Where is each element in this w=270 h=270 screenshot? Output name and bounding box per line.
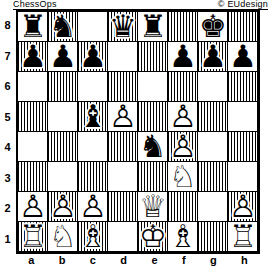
square-d2[interactable]: [108, 192, 138, 222]
square-f4[interactable]: ♟♙: [168, 132, 198, 162]
square-a5[interactable]: [18, 102, 48, 132]
square-b2[interactable]: ♟♙: [48, 192, 78, 222]
square-f8[interactable]: [168, 12, 198, 42]
rank-label-7: 7: [0, 41, 15, 72]
square-d3[interactable]: [108, 162, 138, 192]
white-pawn[interactable]: ♟♙: [48, 192, 78, 222]
file-label-h: h: [229, 254, 260, 267]
file-labels: abcdefgh: [16, 254, 260, 267]
rank-label-2: 2: [0, 193, 15, 224]
square-e1[interactable]: ♚♔: [138, 222, 168, 252]
square-b8[interactable]: ♞: [48, 12, 78, 42]
square-d4[interactable]: [108, 132, 138, 162]
square-b4[interactable]: [48, 132, 78, 162]
rank-labels: 87654321: [0, 10, 15, 254]
square-b7[interactable]: ♟: [48, 42, 78, 72]
square-h5[interactable]: [228, 102, 258, 132]
square-f2[interactable]: [168, 192, 198, 222]
app-title: ChessOps: [13, 0, 57, 9]
rank-label-5: 5: [0, 102, 15, 133]
black-pawn[interactable]: ♟: [198, 42, 228, 72]
square-a8[interactable]: ♜: [18, 12, 48, 42]
square-h3[interactable]: [228, 162, 258, 192]
file-label-d: d: [108, 254, 139, 267]
square-d8[interactable]: ♛: [108, 12, 138, 42]
square-a6[interactable]: [18, 72, 48, 102]
file-label-e: e: [139, 254, 170, 267]
square-a7[interactable]: ♟: [18, 42, 48, 72]
black-pawn[interactable]: ♟: [228, 42, 258, 72]
square-g6[interactable]: [198, 72, 228, 102]
rank-label-8: 8: [0, 10, 15, 41]
white-pawn[interactable]: ♟♙: [168, 132, 198, 162]
white-pawn[interactable]: ♟♙: [168, 102, 198, 132]
file-label-g: g: [198, 254, 229, 267]
square-h2[interactable]: ♟♙: [228, 192, 258, 222]
square-e7[interactable]: [138, 42, 168, 72]
white-rook[interactable]: ♜♖: [18, 222, 48, 252]
white-queen[interactable]: ♛♕: [138, 192, 168, 222]
square-b1[interactable]: ♞♘: [48, 222, 78, 252]
black-pawn[interactable]: ♟: [48, 42, 78, 72]
square-g2[interactable]: [198, 192, 228, 222]
square-b5[interactable]: [48, 102, 78, 132]
square-c4[interactable]: [78, 132, 108, 162]
white-pawn[interactable]: ♟♙: [78, 192, 108, 222]
square-g7[interactable]: ♟: [198, 42, 228, 72]
square-c8[interactable]: [78, 12, 108, 42]
square-d6[interactable]: [108, 72, 138, 102]
white-rook[interactable]: ♜♖: [228, 222, 258, 252]
file-label-a: a: [16, 254, 47, 267]
square-f7[interactable]: ♟: [168, 42, 198, 72]
square-a4[interactable]: [18, 132, 48, 162]
square-e3[interactable]: [138, 162, 168, 192]
square-e4[interactable]: ♞: [138, 132, 168, 162]
file-label-f: f: [170, 254, 198, 267]
black-rook[interactable]: ♜: [18, 12, 48, 42]
square-e5[interactable]: [138, 102, 168, 132]
square-d1[interactable]: [108, 222, 138, 252]
rank-label-3: 3: [0, 163, 15, 194]
rank-label-4: 4: [0, 132, 15, 163]
square-c1[interactable]: ♝♗: [78, 222, 108, 252]
black-pawn[interactable]: ♟: [78, 42, 108, 72]
square-b6[interactable]: [48, 72, 78, 102]
chessops-window: { "header": { "app_title": "ChessOps", "…: [0, 0, 270, 270]
square-h4[interactable]: [228, 132, 258, 162]
black-knight[interactable]: ♞: [48, 12, 78, 42]
white-pawn[interactable]: ♟♙: [18, 192, 48, 222]
square-e8[interactable]: ♜: [138, 12, 168, 42]
square-h8[interactable]: [228, 12, 258, 42]
square-a2[interactable]: ♟♙: [18, 192, 48, 222]
copyright-credit: © EUdesign: [218, 0, 268, 9]
black-bishop[interactable]: ♝: [78, 102, 108, 132]
square-g8[interactable]: ♚: [198, 12, 228, 42]
square-c7[interactable]: ♟: [78, 42, 108, 72]
black-rook[interactable]: ♜: [138, 12, 168, 42]
white-pawn[interactable]: ♟♙: [228, 192, 258, 222]
black-pawn[interactable]: ♟: [18, 42, 48, 72]
black-knight[interactable]: ♞: [138, 132, 168, 162]
white-knight[interactable]: ♞♘: [168, 162, 198, 192]
square-e6[interactable]: [138, 72, 168, 102]
square-h1[interactable]: ♜♖: [228, 222, 258, 252]
square-d5[interactable]: ♟♙: [108, 102, 138, 132]
square-g5[interactable]: [198, 102, 228, 132]
square-e2[interactable]: ♛♕: [138, 192, 168, 222]
black-queen[interactable]: ♛: [108, 12, 138, 42]
white-king[interactable]: ♚♔: [138, 222, 168, 252]
chess-board: ♜♞♛♜♚♟♟♟♟♟♟♝♟♙♟♙♞♟♙♞♘♟♙♟♙♟♙♛♕♟♙♜♖♞♘♝♗♚♔♝…: [16, 10, 260, 254]
black-king[interactable]: ♚: [198, 12, 228, 42]
white-bishop[interactable]: ♝♗: [168, 222, 198, 252]
square-h6[interactable]: [228, 72, 258, 102]
square-c2[interactable]: ♟♙: [78, 192, 108, 222]
title-bar: ChessOps © EUdesign: [13, 0, 268, 10]
square-f5[interactable]: ♟♙: [168, 102, 198, 132]
square-g3[interactable]: [198, 162, 228, 192]
square-f6[interactable]: [168, 72, 198, 102]
square-f1[interactable]: ♝♗: [168, 222, 198, 252]
square-d7[interactable]: [108, 42, 138, 72]
square-a1[interactable]: ♜♖: [18, 222, 48, 252]
white-pawn[interactable]: ♟♙: [108, 102, 138, 132]
square-g1[interactable]: [198, 222, 228, 252]
square-c6[interactable]: [78, 72, 108, 102]
white-bishop[interactable]: ♝♗: [78, 222, 108, 252]
file-label-c: c: [78, 254, 109, 267]
square-c5[interactable]: ♝: [78, 102, 108, 132]
square-h7[interactable]: ♟: [228, 42, 258, 72]
file-label-b: b: [47, 254, 78, 267]
square-g4[interactable]: [198, 132, 228, 162]
white-knight[interactable]: ♞♘: [48, 222, 78, 252]
square-b3[interactable]: [48, 162, 78, 192]
square-f3[interactable]: ♞♘: [168, 162, 198, 192]
square-c3[interactable]: [78, 162, 108, 192]
rank-label-1: 1: [0, 224, 15, 255]
black-pawn[interactable]: ♟: [168, 42, 198, 72]
square-a3[interactable]: [18, 162, 48, 192]
rank-label-6: 6: [0, 71, 15, 102]
